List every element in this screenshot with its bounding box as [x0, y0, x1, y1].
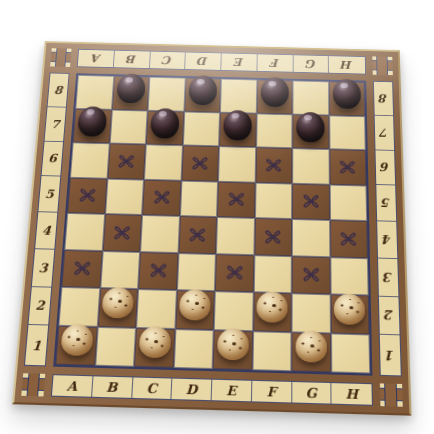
square-a1[interactable] [55, 325, 97, 365]
light-piece-d2[interactable] [179, 289, 211, 321]
file-labels-bottom: ABCDEFGH [51, 374, 373, 406]
square-c2[interactable] [136, 289, 176, 328]
rank-label-right-2: 2 [379, 296, 400, 335]
quatrefoil-carving [297, 261, 325, 289]
rank-label-right-3: 3 [378, 258, 398, 296]
square-g4[interactable] [292, 219, 330, 257]
dark-piece-d8[interactable] [188, 75, 217, 105]
quatrefoil-carving [222, 186, 249, 212]
square-c3[interactable] [138, 252, 178, 291]
square-a8[interactable] [75, 75, 113, 109]
square-d1[interactable] [173, 329, 213, 369]
square-a3[interactable] [61, 250, 102, 288]
corner-bottom-right-inlay [380, 383, 403, 406]
square-d7[interactable] [182, 111, 220, 146]
square-h3[interactable] [330, 257, 369, 296]
file-label-top-f: F [257, 54, 293, 71]
dark-piece-f8[interactable] [260, 77, 288, 107]
dark-piece-h8[interactable] [333, 79, 361, 109]
square-h4[interactable] [330, 220, 368, 258]
corner-top-right-inlay [372, 56, 392, 75]
square-f5[interactable] [254, 182, 292, 219]
rank-label-left-5-text: 5 [44, 187, 54, 201]
rank-label-right-6-text: 6 [381, 160, 390, 174]
board-scene: ABCDEFGH 87654321 87654321 ABCDEFGH [0, 0, 434, 434]
quatrefoil-carving [334, 154, 361, 180]
rank-label-left-3: 3 [32, 249, 54, 287]
square-e1[interactable] [213, 330, 253, 371]
quatrefoil-carving [184, 221, 212, 248]
board-frame: ABCDEFGH 87654321 87654321 ABCDEFGH [21, 48, 403, 407]
file-label-top-b: B [114, 51, 151, 68]
file-label-top-c-text: C [162, 54, 172, 67]
square-f4[interactable] [254, 218, 292, 256]
square-g1[interactable] [291, 332, 330, 373]
quatrefoil-carving [260, 152, 287, 178]
rank-label-right-4: 4 [377, 221, 397, 259]
rank-label-left-8: 8 [48, 73, 69, 107]
rank-label-right-3-text: 3 [384, 269, 393, 284]
file-label-bottom-d: D [172, 379, 213, 401]
playing-field [53, 73, 372, 375]
square-f1[interactable] [252, 331, 292, 372]
quatrefoil-carving [186, 150, 213, 176]
square-g2[interactable] [292, 293, 331, 333]
file-label-bottom-f-text: F [267, 383, 277, 399]
file-label-bottom-g: G [292, 382, 332, 404]
file-label-bottom-b: B [92, 376, 133, 398]
square-h1[interactable] [330, 333, 370, 374]
rank-label-left-1: 1 [25, 325, 48, 365]
rank-label-right-5-text: 5 [382, 196, 391, 211]
square-c4[interactable] [140, 215, 179, 253]
dark-piece-e7[interactable] [223, 110, 252, 141]
file-label-top-f-text: F [270, 56, 279, 69]
light-piece-e1[interactable] [217, 328, 249, 360]
rank-label-left-6: 6 [41, 141, 63, 177]
rank-label-right-1-text: 1 [385, 347, 395, 363]
square-c1[interactable] [134, 327, 175, 367]
square-f7[interactable] [256, 113, 293, 148]
file-label-bottom-h-text: H [345, 386, 358, 403]
rank-label-left-4-text: 4 [41, 223, 51, 238]
square-g7[interactable] [292, 114, 329, 149]
file-label-top-a: A [78, 50, 115, 67]
file-label-bottom-b-text: B [106, 379, 118, 395]
file-label-bottom-e-text: E [226, 382, 236, 398]
square-f6[interactable] [255, 147, 292, 183]
rank-label-left-7-text: 7 [50, 117, 60, 131]
rank-label-left-3-text: 3 [38, 260, 48, 275]
square-e5[interactable] [217, 181, 255, 218]
quatrefoil-carving [220, 259, 248, 287]
square-b3[interactable] [100, 251, 140, 290]
square-b4[interactable] [102, 214, 142, 252]
square-a6[interactable] [70, 142, 109, 178]
rank-label-right-1: 1 [380, 335, 401, 375]
file-label-bottom-d-text: D [186, 381, 198, 397]
square-a2[interactable] [59, 287, 100, 326]
rank-label-right-6: 6 [375, 150, 395, 186]
square-h2[interactable] [330, 294, 369, 334]
square-e2[interactable] [214, 291, 254, 331]
rank-label-left-8-text: 8 [53, 83, 62, 97]
square-c5[interactable] [142, 179, 181, 216]
square-d8[interactable] [184, 78, 221, 112]
quatrefoil-carving [112, 148, 140, 174]
product-photo-background: ABCDEFGH 87654321 87654321 ABCDEFGH [0, 0, 434, 434]
corner-bottom-left-inlay [21, 373, 45, 396]
quatrefoil-carving [67, 255, 96, 283]
square-g6[interactable] [292, 148, 329, 184]
rank-label-right-7: 7 [375, 115, 394, 150]
file-label-bottom-c-text: C [146, 380, 157, 396]
file-label-top-e-text: E [234, 55, 243, 68]
square-e8[interactable] [220, 79, 257, 113]
quatrefoil-carving [108, 219, 137, 246]
square-g8[interactable] [292, 81, 328, 115]
quatrefoil-carving [259, 223, 286, 250]
rank-label-left-2: 2 [28, 287, 51, 326]
square-d5[interactable] [180, 180, 219, 217]
file-label-top-c: C [149, 52, 186, 69]
square-d2[interactable] [175, 290, 215, 330]
file-label-bottom-g-text: G [306, 384, 317, 401]
square-h7[interactable] [329, 115, 366, 150]
rank-label-left-7: 7 [45, 107, 66, 142]
square-d4[interactable] [178, 216, 217, 254]
rank-labels-right: 87654321 [373, 81, 402, 377]
square-f8[interactable] [256, 80, 292, 114]
square-b5[interactable] [105, 178, 144, 215]
square-e4[interactable] [216, 217, 255, 255]
square-g5[interactable] [292, 183, 330, 220]
file-label-bottom-c: C [132, 377, 173, 399]
square-h8[interactable] [328, 81, 365, 115]
file-label-top-h-text: H [341, 58, 352, 71]
square-e6[interactable] [218, 146, 256, 182]
square-b1[interactable] [95, 326, 136, 366]
square-d3[interactable] [176, 253, 215, 292]
rank-label-left-5: 5 [38, 176, 60, 212]
file-label-top-d-text: D [198, 55, 209, 68]
rank-label-right-8-text: 8 [379, 92, 388, 106]
square-f2[interactable] [253, 292, 292, 332]
square-c6[interactable] [144, 144, 182, 180]
square-b6[interactable] [107, 143, 146, 179]
quatrefoil-carving [148, 184, 176, 210]
square-e7[interactable] [219, 112, 256, 147]
square-b7[interactable] [109, 109, 147, 144]
file-label-top-b-text: B [126, 53, 137, 66]
rank-label-right-2-text: 2 [384, 307, 393, 323]
light-piece-f2[interactable] [257, 291, 288, 323]
corner-top-left-inlay [50, 48, 71, 67]
quatrefoil-carving [144, 257, 173, 285]
quatrefoil-carving [335, 225, 363, 252]
light-piece-g1[interactable] [295, 331, 326, 363]
quatrefoil-carving [297, 188, 324, 215]
file-label-top-g-text: G [306, 57, 316, 70]
quatrefoil-carving [73, 182, 102, 208]
rank-label-left-1-text: 1 [31, 337, 41, 353]
rank-label-left-2-text: 2 [35, 298, 45, 314]
file-label-top-d: D [185, 52, 221, 69]
rank-label-right-8: 8 [374, 82, 393, 116]
square-b8[interactable] [112, 76, 150, 110]
rank-label-left-6-text: 6 [48, 151, 58, 165]
square-c7[interactable] [146, 110, 184, 145]
file-label-bottom-h: H [332, 383, 372, 405]
rank-label-left-4: 4 [35, 212, 57, 249]
file-label-bottom-e: E [212, 380, 252, 402]
file-label-bottom-a-text: A [66, 378, 77, 394]
rank-label-right-5: 5 [376, 185, 396, 222]
file-label-top-h: H [329, 56, 365, 73]
file-label-bottom-f: F [252, 381, 292, 403]
light-piece-h2[interactable] [334, 293, 365, 325]
file-label-top-e: E [221, 53, 257, 70]
square-g3[interactable] [292, 256, 330, 295]
square-h6[interactable] [329, 149, 366, 185]
square-a5[interactable] [67, 177, 107, 214]
dark-piece-g7[interactable] [297, 112, 325, 143]
file-labels-top: ABCDEFGH [77, 49, 366, 75]
checkers-board: ABCDEFGH 87654321 87654321 ABCDEFGH [12, 41, 412, 416]
square-d6[interactable] [181, 145, 219, 181]
square-h5[interactable] [329, 184, 367, 221]
square-f3[interactable] [253, 255, 292, 294]
square-c8[interactable] [148, 77, 186, 111]
rank-label-right-7-text: 7 [380, 125, 389, 139]
file-label-top-g: G [293, 55, 329, 72]
square-a4[interactable] [64, 213, 104, 251]
rank-label-right-4-text: 4 [383, 232, 392, 247]
file-label-bottom-a: A [52, 375, 93, 397]
square-a7[interactable] [73, 108, 112, 143]
square-b2[interactable] [97, 288, 138, 327]
file-label-top-a-text: A [91, 52, 101, 65]
square-e3[interactable] [215, 254, 254, 293]
